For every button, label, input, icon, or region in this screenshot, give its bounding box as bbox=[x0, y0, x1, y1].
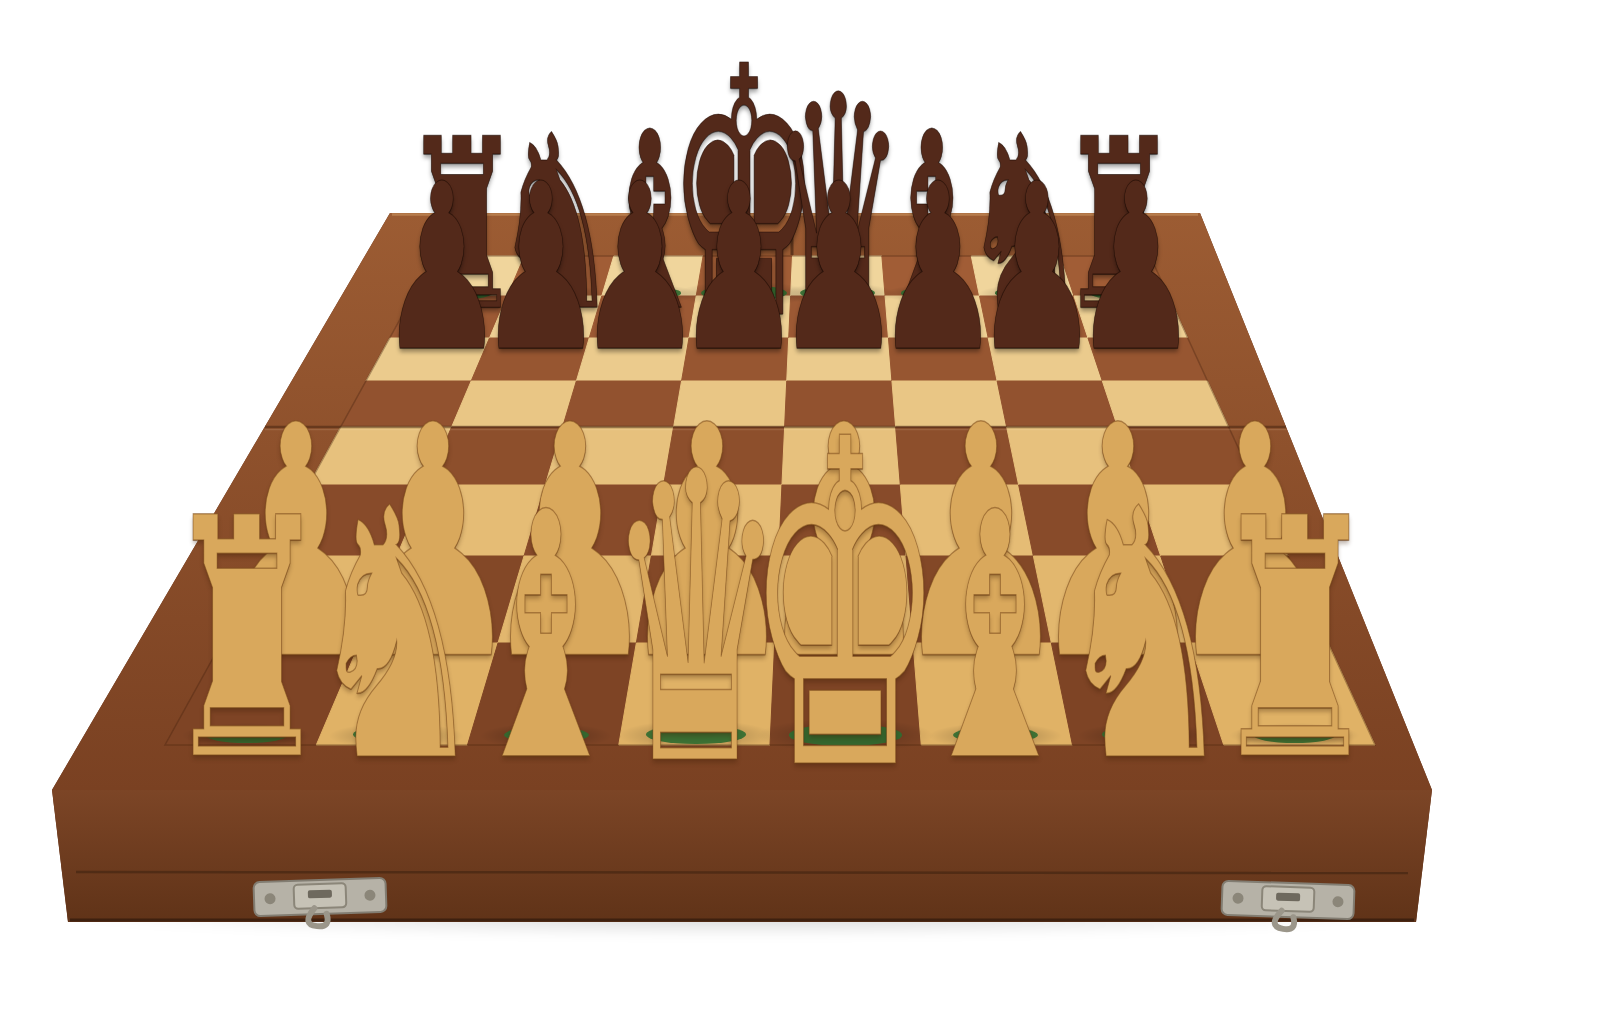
square-d4 bbox=[664, 427, 785, 485]
square-e3 bbox=[779, 485, 906, 556]
latch-right bbox=[1221, 881, 1355, 932]
square-f6 bbox=[888, 338, 997, 381]
square-f5 bbox=[892, 381, 1007, 427]
square-g6 bbox=[988, 338, 1102, 381]
square-h6 bbox=[1088, 338, 1208, 381]
square-f1 bbox=[913, 643, 1072, 745]
square-c7 bbox=[589, 296, 696, 338]
square-b5 bbox=[452, 381, 577, 427]
square-c8 bbox=[602, 256, 703, 296]
square-d1 bbox=[619, 643, 775, 745]
square-g4 bbox=[1007, 427, 1137, 485]
square-e7 bbox=[789, 296, 889, 338]
square-b7 bbox=[489, 296, 601, 338]
square-g7 bbox=[980, 296, 1088, 338]
square-d5 bbox=[674, 381, 787, 427]
square-e4 bbox=[782, 427, 900, 485]
square-e8 bbox=[791, 256, 885, 296]
square-f7 bbox=[885, 296, 988, 338]
square-c6 bbox=[576, 338, 689, 381]
square-c5 bbox=[563, 381, 682, 427]
square-f3 bbox=[900, 485, 1033, 556]
square-d3 bbox=[651, 485, 782, 556]
square-f4 bbox=[896, 427, 1019, 485]
square-c4 bbox=[545, 427, 673, 485]
square-e2 bbox=[775, 556, 913, 643]
square-b8 bbox=[507, 256, 613, 296]
square-d7 bbox=[689, 296, 791, 338]
box-junction-line bbox=[76, 872, 1408, 873]
square-c2 bbox=[498, 556, 651, 643]
square-d8 bbox=[696, 256, 792, 296]
chess-board bbox=[0, 0, 1600, 1013]
square-h5 bbox=[1102, 381, 1228, 427]
square-c3 bbox=[524, 485, 664, 556]
square-d6 bbox=[682, 338, 789, 381]
square-b6 bbox=[471, 338, 589, 381]
square-g5 bbox=[997, 381, 1118, 427]
square-f8 bbox=[882, 256, 980, 296]
square-e5 bbox=[785, 381, 896, 427]
square-e6 bbox=[787, 338, 892, 381]
square-g3 bbox=[1019, 485, 1161, 556]
square-g8 bbox=[971, 256, 1074, 296]
square-e1 bbox=[770, 643, 921, 745]
square-d2 bbox=[636, 556, 778, 643]
square-f2 bbox=[906, 556, 1051, 643]
